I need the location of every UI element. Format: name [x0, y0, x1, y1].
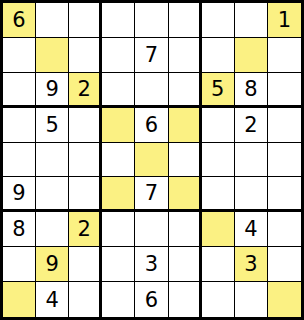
cell-r1c0[interactable] — [3, 38, 36, 73]
cell-r3c7[interactable]: 2 — [235, 108, 268, 143]
cell-r2c1[interactable]: 9 — [36, 73, 69, 108]
cell-r3c1[interactable]: 5 — [36, 108, 69, 143]
cell-r4c6[interactable] — [202, 143, 235, 178]
cell-r6c5[interactable] — [169, 212, 202, 247]
cell-r7c3[interactable] — [102, 247, 135, 282]
cell-r4c8[interactable] — [268, 143, 301, 178]
cell-r3c8[interactable] — [268, 108, 301, 143]
cell-r3c6[interactable] — [202, 108, 235, 143]
cell-r1c3[interactable] — [102, 38, 135, 73]
cell-r6c1[interactable] — [36, 212, 69, 247]
cell-r8c2[interactable] — [69, 282, 102, 317]
cell-r8c3[interactable] — [102, 282, 135, 317]
cell-r5c0[interactable]: 9 — [3, 177, 36, 212]
cell-r7c7[interactable]: 3 — [235, 247, 268, 282]
cell-r7c0[interactable] — [3, 247, 36, 282]
cell-r8c1[interactable]: 4 — [36, 282, 69, 317]
cell-r5c2[interactable] — [69, 177, 102, 212]
cell-r4c4[interactable] — [135, 143, 168, 178]
cell-r3c4[interactable]: 6 — [135, 108, 168, 143]
cell-r8c4[interactable]: 6 — [135, 282, 168, 317]
cell-r1c8[interactable] — [268, 38, 301, 73]
cell-r7c1[interactable]: 9 — [36, 247, 69, 282]
sudoku-board: 61792585629782493346 — [0, 0, 304, 320]
cell-r5c4[interactable]: 7 — [135, 177, 168, 212]
cell-r6c4[interactable] — [135, 212, 168, 247]
cell-r1c1[interactable] — [36, 38, 69, 73]
cell-r0c8[interactable]: 1 — [268, 3, 301, 38]
cell-r6c3[interactable] — [102, 212, 135, 247]
cell-r2c2[interactable]: 2 — [69, 73, 102, 108]
cell-r6c6[interactable] — [202, 212, 235, 247]
cell-r0c5[interactable] — [169, 3, 202, 38]
cell-r3c3[interactable] — [102, 108, 135, 143]
cell-r2c5[interactable] — [169, 73, 202, 108]
cell-r8c8[interactable] — [268, 282, 301, 317]
cell-r1c4[interactable]: 7 — [135, 38, 168, 73]
cell-r8c0[interactable] — [3, 282, 36, 317]
cell-r5c3[interactable] — [102, 177, 135, 212]
cell-r2c6[interactable]: 5 — [202, 73, 235, 108]
cell-r3c0[interactable] — [3, 108, 36, 143]
cell-r7c2[interactable] — [69, 247, 102, 282]
cell-r3c2[interactable] — [69, 108, 102, 143]
cell-r0c1[interactable] — [36, 3, 69, 38]
cell-r1c6[interactable] — [202, 38, 235, 73]
cell-r0c7[interactable] — [235, 3, 268, 38]
cell-r4c5[interactable] — [169, 143, 202, 178]
cell-r5c1[interactable] — [36, 177, 69, 212]
cell-r2c4[interactable] — [135, 73, 168, 108]
cell-r7c4[interactable]: 3 — [135, 247, 168, 282]
cell-r5c5[interactable] — [169, 177, 202, 212]
cell-r0c4[interactable] — [135, 3, 168, 38]
cell-r1c2[interactable] — [69, 38, 102, 73]
cell-r8c5[interactable] — [169, 282, 202, 317]
cell-r2c7[interactable]: 8 — [235, 73, 268, 108]
cell-r8c7[interactable] — [235, 282, 268, 317]
cell-r0c2[interactable] — [69, 3, 102, 38]
cell-r6c2[interactable]: 2 — [69, 212, 102, 247]
cell-r4c0[interactable] — [3, 143, 36, 178]
cell-r6c8[interactable] — [268, 212, 301, 247]
cell-r2c3[interactable] — [102, 73, 135, 108]
cell-r4c7[interactable] — [235, 143, 268, 178]
cell-r7c6[interactable] — [202, 247, 235, 282]
cell-r0c6[interactable] — [202, 3, 235, 38]
cell-r6c0[interactable]: 8 — [3, 212, 36, 247]
cell-r5c6[interactable] — [202, 177, 235, 212]
cell-r1c5[interactable] — [169, 38, 202, 73]
cell-r7c5[interactable] — [169, 247, 202, 282]
cell-r8c6[interactable] — [202, 282, 235, 317]
cell-r5c7[interactable] — [235, 177, 268, 212]
cell-r0c0[interactable]: 6 — [3, 3, 36, 38]
cell-r4c1[interactable] — [36, 143, 69, 178]
cell-r2c0[interactable] — [3, 73, 36, 108]
cell-r4c3[interactable] — [102, 143, 135, 178]
cell-r2c8[interactable] — [268, 73, 301, 108]
cell-r0c3[interactable] — [102, 3, 135, 38]
cell-r4c2[interactable] — [69, 143, 102, 178]
cell-r6c7[interactable]: 4 — [235, 212, 268, 247]
cell-r1c7[interactable] — [235, 38, 268, 73]
cell-r7c8[interactable] — [268, 247, 301, 282]
cell-r5c8[interactable] — [268, 177, 301, 212]
cell-r3c5[interactable] — [169, 108, 202, 143]
